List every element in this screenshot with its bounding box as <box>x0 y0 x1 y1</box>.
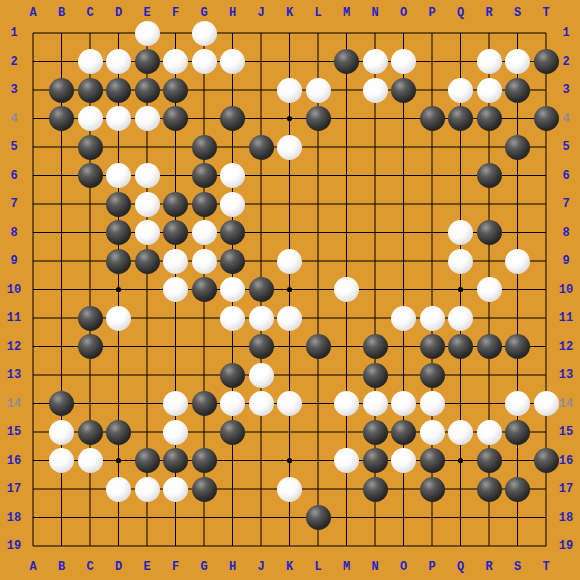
intersection-Q8[interactable] <box>446 218 475 247</box>
intersection-J13[interactable] <box>247 361 276 390</box>
intersection-A7[interactable] <box>19 190 48 219</box>
intersection-S8[interactable] <box>503 218 532 247</box>
intersection-Q15[interactable] <box>446 418 475 447</box>
intersection-E9[interactable] <box>133 247 162 276</box>
intersection-T12[interactable] <box>532 332 561 361</box>
intersection-G13[interactable] <box>190 361 219 390</box>
intersection-J1[interactable] <box>247 19 276 48</box>
intersection-Q16[interactable] <box>446 446 475 475</box>
intersection-M4[interactable] <box>332 104 361 133</box>
intersection-J18[interactable] <box>247 503 276 532</box>
intersection-M3[interactable] <box>332 76 361 105</box>
intersection-E1[interactable] <box>133 19 162 48</box>
intersection-M14[interactable] <box>332 389 361 418</box>
intersection-N4[interactable] <box>361 104 390 133</box>
intersection-K19[interactable] <box>275 532 304 561</box>
intersection-C4[interactable] <box>76 104 105 133</box>
intersection-R8[interactable] <box>475 218 504 247</box>
intersection-D4[interactable] <box>104 104 133 133</box>
intersection-F17[interactable] <box>161 475 190 504</box>
intersection-G16[interactable] <box>190 446 219 475</box>
intersection-M2[interactable] <box>332 47 361 76</box>
intersection-G8[interactable] <box>190 218 219 247</box>
intersection-A6[interactable] <box>19 161 48 190</box>
intersection-D15[interactable] <box>104 418 133 447</box>
intersection-M19[interactable] <box>332 532 361 561</box>
intersection-F19[interactable] <box>161 532 190 561</box>
intersection-K5[interactable] <box>275 133 304 162</box>
intersection-J8[interactable] <box>247 218 276 247</box>
intersection-O7[interactable] <box>389 190 418 219</box>
intersection-A2[interactable] <box>19 47 48 76</box>
intersection-R14[interactable] <box>475 389 504 418</box>
intersection-E15[interactable] <box>133 418 162 447</box>
intersection-N9[interactable] <box>361 247 390 276</box>
intersection-Q9[interactable] <box>446 247 475 276</box>
intersection-B11[interactable] <box>47 304 76 333</box>
intersection-R1[interactable] <box>475 19 504 48</box>
intersection-T17[interactable] <box>532 475 561 504</box>
intersection-B13[interactable] <box>47 361 76 390</box>
intersection-C13[interactable] <box>76 361 105 390</box>
intersection-R18[interactable] <box>475 503 504 532</box>
intersection-D16[interactable] <box>104 446 133 475</box>
intersection-E18[interactable] <box>133 503 162 532</box>
intersection-K12[interactable] <box>275 332 304 361</box>
intersection-J14[interactable] <box>247 389 276 418</box>
intersection-G2[interactable] <box>190 47 219 76</box>
intersection-A13[interactable] <box>19 361 48 390</box>
intersection-Q10[interactable] <box>446 275 475 304</box>
intersection-D18[interactable] <box>104 503 133 532</box>
intersection-H18[interactable] <box>218 503 247 532</box>
intersection-O15[interactable] <box>389 418 418 447</box>
intersection-T18[interactable] <box>532 503 561 532</box>
intersection-T14[interactable] <box>532 389 561 418</box>
intersection-O14[interactable] <box>389 389 418 418</box>
intersection-F14[interactable] <box>161 389 190 418</box>
intersection-L19[interactable] <box>304 532 333 561</box>
intersection-O16[interactable] <box>389 446 418 475</box>
intersection-A14[interactable] <box>19 389 48 418</box>
intersection-K10[interactable] <box>275 275 304 304</box>
intersection-O3[interactable] <box>389 76 418 105</box>
intersection-R5[interactable] <box>475 133 504 162</box>
intersection-F6[interactable] <box>161 161 190 190</box>
intersection-B5[interactable] <box>47 133 76 162</box>
intersection-O10[interactable] <box>389 275 418 304</box>
intersection-L11[interactable] <box>304 304 333 333</box>
intersection-C15[interactable] <box>76 418 105 447</box>
intersection-A1[interactable] <box>19 19 48 48</box>
intersection-E4[interactable] <box>133 104 162 133</box>
intersection-J6[interactable] <box>247 161 276 190</box>
intersection-F16[interactable] <box>161 446 190 475</box>
intersection-L5[interactable] <box>304 133 333 162</box>
intersection-P1[interactable] <box>418 19 447 48</box>
intersection-A16[interactable] <box>19 446 48 475</box>
intersection-P13[interactable] <box>418 361 447 390</box>
intersection-C1[interactable] <box>76 19 105 48</box>
intersection-J10[interactable] <box>247 275 276 304</box>
intersection-E2[interactable] <box>133 47 162 76</box>
intersection-Q3[interactable] <box>446 76 475 105</box>
intersection-J16[interactable] <box>247 446 276 475</box>
intersection-F13[interactable] <box>161 361 190 390</box>
intersection-Q4[interactable] <box>446 104 475 133</box>
intersection-H8[interactable] <box>218 218 247 247</box>
intersection-S2[interactable] <box>503 47 532 76</box>
intersection-P7[interactable] <box>418 190 447 219</box>
intersection-S9[interactable] <box>503 247 532 276</box>
intersection-N18[interactable] <box>361 503 390 532</box>
intersection-E16[interactable] <box>133 446 162 475</box>
intersection-T19[interactable] <box>532 532 561 561</box>
intersection-A3[interactable] <box>19 76 48 105</box>
intersection-F15[interactable] <box>161 418 190 447</box>
intersection-D3[interactable] <box>104 76 133 105</box>
intersection-M5[interactable] <box>332 133 361 162</box>
intersection-K18[interactable] <box>275 503 304 532</box>
intersection-Q2[interactable] <box>446 47 475 76</box>
intersection-T8[interactable] <box>532 218 561 247</box>
intersection-N6[interactable] <box>361 161 390 190</box>
intersection-R10[interactable] <box>475 275 504 304</box>
intersection-J11[interactable] <box>247 304 276 333</box>
intersection-Q11[interactable] <box>446 304 475 333</box>
intersection-M18[interactable] <box>332 503 361 532</box>
intersection-G6[interactable] <box>190 161 219 190</box>
intersection-B8[interactable] <box>47 218 76 247</box>
intersection-E14[interactable] <box>133 389 162 418</box>
intersection-G14[interactable] <box>190 389 219 418</box>
intersection-L7[interactable] <box>304 190 333 219</box>
intersection-P11[interactable] <box>418 304 447 333</box>
intersection-L8[interactable] <box>304 218 333 247</box>
intersection-L17[interactable] <box>304 475 333 504</box>
intersection-D19[interactable] <box>104 532 133 561</box>
intersection-C7[interactable] <box>76 190 105 219</box>
intersection-S6[interactable] <box>503 161 532 190</box>
intersection-F8[interactable] <box>161 218 190 247</box>
intersection-M17[interactable] <box>332 475 361 504</box>
intersection-N15[interactable] <box>361 418 390 447</box>
intersection-N17[interactable] <box>361 475 390 504</box>
intersection-P10[interactable] <box>418 275 447 304</box>
intersection-E6[interactable] <box>133 161 162 190</box>
intersection-S11[interactable] <box>503 304 532 333</box>
intersection-E12[interactable] <box>133 332 162 361</box>
intersection-O12[interactable] <box>389 332 418 361</box>
intersection-S13[interactable] <box>503 361 532 390</box>
intersection-L13[interactable] <box>304 361 333 390</box>
intersection-H17[interactable] <box>218 475 247 504</box>
intersection-B18[interactable] <box>47 503 76 532</box>
intersection-B10[interactable] <box>47 275 76 304</box>
intersection-E8[interactable] <box>133 218 162 247</box>
intersection-J7[interactable] <box>247 190 276 219</box>
intersection-D9[interactable] <box>104 247 133 276</box>
intersection-E11[interactable] <box>133 304 162 333</box>
intersection-N12[interactable] <box>361 332 390 361</box>
intersection-O1[interactable] <box>389 19 418 48</box>
intersection-R13[interactable] <box>475 361 504 390</box>
intersection-L16[interactable] <box>304 446 333 475</box>
intersection-M8[interactable] <box>332 218 361 247</box>
intersection-D1[interactable] <box>104 19 133 48</box>
intersection-C3[interactable] <box>76 76 105 105</box>
intersection-P19[interactable] <box>418 532 447 561</box>
intersection-H1[interactable] <box>218 19 247 48</box>
intersection-P16[interactable] <box>418 446 447 475</box>
intersection-K11[interactable] <box>275 304 304 333</box>
intersection-G7[interactable] <box>190 190 219 219</box>
intersection-B6[interactable] <box>47 161 76 190</box>
intersection-F4[interactable] <box>161 104 190 133</box>
intersection-Q7[interactable] <box>446 190 475 219</box>
intersection-M10[interactable] <box>332 275 361 304</box>
intersection-K8[interactable] <box>275 218 304 247</box>
intersection-J2[interactable] <box>247 47 276 76</box>
intersection-A18[interactable] <box>19 503 48 532</box>
intersection-D7[interactable] <box>104 190 133 219</box>
intersection-D8[interactable] <box>104 218 133 247</box>
intersection-T15[interactable] <box>532 418 561 447</box>
intersection-O4[interactable] <box>389 104 418 133</box>
intersection-H5[interactable] <box>218 133 247 162</box>
intersection-L18[interactable] <box>304 503 333 532</box>
intersection-N2[interactable] <box>361 47 390 76</box>
intersection-O13[interactable] <box>389 361 418 390</box>
intersection-K1[interactable] <box>275 19 304 48</box>
intersection-G19[interactable] <box>190 532 219 561</box>
intersection-T1[interactable] <box>532 19 561 48</box>
intersection-S3[interactable] <box>503 76 532 105</box>
intersection-K6[interactable] <box>275 161 304 190</box>
intersection-J9[interactable] <box>247 247 276 276</box>
intersection-S14[interactable] <box>503 389 532 418</box>
intersection-Q12[interactable] <box>446 332 475 361</box>
intersection-T7[interactable] <box>532 190 561 219</box>
intersection-K4[interactable] <box>275 104 304 133</box>
intersection-P18[interactable] <box>418 503 447 532</box>
intersection-N7[interactable] <box>361 190 390 219</box>
intersection-T16[interactable] <box>532 446 561 475</box>
intersection-F2[interactable] <box>161 47 190 76</box>
intersection-J19[interactable] <box>247 532 276 561</box>
intersection-A19[interactable] <box>19 532 48 561</box>
intersection-N14[interactable] <box>361 389 390 418</box>
intersection-J12[interactable] <box>247 332 276 361</box>
intersection-S16[interactable] <box>503 446 532 475</box>
intersection-L9[interactable] <box>304 247 333 276</box>
intersection-R19[interactable] <box>475 532 504 561</box>
intersection-R2[interactable] <box>475 47 504 76</box>
intersection-Q13[interactable] <box>446 361 475 390</box>
intersection-C12[interactable] <box>76 332 105 361</box>
intersection-R3[interactable] <box>475 76 504 105</box>
intersection-H7[interactable] <box>218 190 247 219</box>
intersection-Q5[interactable] <box>446 133 475 162</box>
intersection-B14[interactable] <box>47 389 76 418</box>
intersection-T2[interactable] <box>532 47 561 76</box>
intersection-M13[interactable] <box>332 361 361 390</box>
intersection-O2[interactable] <box>389 47 418 76</box>
intersection-H11[interactable] <box>218 304 247 333</box>
intersection-A15[interactable] <box>19 418 48 447</box>
intersection-F10[interactable] <box>161 275 190 304</box>
intersection-P12[interactable] <box>418 332 447 361</box>
intersection-B2[interactable] <box>47 47 76 76</box>
intersection-E19[interactable] <box>133 532 162 561</box>
intersection-E5[interactable] <box>133 133 162 162</box>
intersection-R7[interactable] <box>475 190 504 219</box>
intersection-D5[interactable] <box>104 133 133 162</box>
intersection-E17[interactable] <box>133 475 162 504</box>
intersection-H9[interactable] <box>218 247 247 276</box>
intersection-T13[interactable] <box>532 361 561 390</box>
intersection-O17[interactable] <box>389 475 418 504</box>
intersection-G4[interactable] <box>190 104 219 133</box>
intersection-P14[interactable] <box>418 389 447 418</box>
intersection-J5[interactable] <box>247 133 276 162</box>
intersection-P8[interactable] <box>418 218 447 247</box>
intersection-J15[interactable] <box>247 418 276 447</box>
intersection-G5[interactable] <box>190 133 219 162</box>
intersection-G9[interactable] <box>190 247 219 276</box>
intersection-N5[interactable] <box>361 133 390 162</box>
intersection-C16[interactable] <box>76 446 105 475</box>
intersection-H19[interactable] <box>218 532 247 561</box>
intersection-F7[interactable] <box>161 190 190 219</box>
intersection-K3[interactable] <box>275 76 304 105</box>
intersection-B7[interactable] <box>47 190 76 219</box>
intersection-K2[interactable] <box>275 47 304 76</box>
intersection-G15[interactable] <box>190 418 219 447</box>
intersection-C14[interactable] <box>76 389 105 418</box>
intersection-P6[interactable] <box>418 161 447 190</box>
intersection-M12[interactable] <box>332 332 361 361</box>
intersection-S17[interactable] <box>503 475 532 504</box>
intersection-C5[interactable] <box>76 133 105 162</box>
intersection-J3[interactable] <box>247 76 276 105</box>
intersection-N10[interactable] <box>361 275 390 304</box>
intersection-L14[interactable] <box>304 389 333 418</box>
intersection-A12[interactable] <box>19 332 48 361</box>
intersection-B15[interactable] <box>47 418 76 447</box>
intersection-R17[interactable] <box>475 475 504 504</box>
intersection-H16[interactable] <box>218 446 247 475</box>
intersection-C17[interactable] <box>76 475 105 504</box>
intersection-K15[interactable] <box>275 418 304 447</box>
intersection-P4[interactable] <box>418 104 447 133</box>
intersection-G1[interactable] <box>190 19 219 48</box>
intersection-D6[interactable] <box>104 161 133 190</box>
intersection-H4[interactable] <box>218 104 247 133</box>
intersection-C9[interactable] <box>76 247 105 276</box>
intersection-M6[interactable] <box>332 161 361 190</box>
intersection-R6[interactable] <box>475 161 504 190</box>
intersection-S15[interactable] <box>503 418 532 447</box>
intersection-B12[interactable] <box>47 332 76 361</box>
intersection-O19[interactable] <box>389 532 418 561</box>
intersection-M7[interactable] <box>332 190 361 219</box>
intersection-E13[interactable] <box>133 361 162 390</box>
intersection-G12[interactable] <box>190 332 219 361</box>
intersection-H6[interactable] <box>218 161 247 190</box>
intersection-E3[interactable] <box>133 76 162 105</box>
intersection-J17[interactable] <box>247 475 276 504</box>
intersection-L12[interactable] <box>304 332 333 361</box>
intersection-A11[interactable] <box>19 304 48 333</box>
intersection-H3[interactable] <box>218 76 247 105</box>
intersection-G10[interactable] <box>190 275 219 304</box>
intersection-P9[interactable] <box>418 247 447 276</box>
intersection-P5[interactable] <box>418 133 447 162</box>
intersection-R15[interactable] <box>475 418 504 447</box>
intersection-L15[interactable] <box>304 418 333 447</box>
intersection-G18[interactable] <box>190 503 219 532</box>
intersection-H14[interactable] <box>218 389 247 418</box>
intersection-B9[interactable] <box>47 247 76 276</box>
intersection-D10[interactable] <box>104 275 133 304</box>
intersection-K17[interactable] <box>275 475 304 504</box>
intersection-K13[interactable] <box>275 361 304 390</box>
intersection-P15[interactable] <box>418 418 447 447</box>
intersection-K16[interactable] <box>275 446 304 475</box>
intersection-O18[interactable] <box>389 503 418 532</box>
intersection-C19[interactable] <box>76 532 105 561</box>
intersection-G17[interactable] <box>190 475 219 504</box>
intersection-Q19[interactable] <box>446 532 475 561</box>
intersection-R16[interactable] <box>475 446 504 475</box>
intersection-L1[interactable] <box>304 19 333 48</box>
intersection-B16[interactable] <box>47 446 76 475</box>
intersection-H10[interactable] <box>218 275 247 304</box>
intersection-L10[interactable] <box>304 275 333 304</box>
intersection-E10[interactable] <box>133 275 162 304</box>
intersection-M9[interactable] <box>332 247 361 276</box>
intersection-C6[interactable] <box>76 161 105 190</box>
intersection-F11[interactable] <box>161 304 190 333</box>
intersection-B3[interactable] <box>47 76 76 105</box>
intersection-Q18[interactable] <box>446 503 475 532</box>
intersection-A9[interactable] <box>19 247 48 276</box>
intersection-S10[interactable] <box>503 275 532 304</box>
intersection-P2[interactable] <box>418 47 447 76</box>
intersection-D11[interactable] <box>104 304 133 333</box>
intersection-H15[interactable] <box>218 418 247 447</box>
intersection-T3[interactable] <box>532 76 561 105</box>
intersection-M16[interactable] <box>332 446 361 475</box>
intersection-R9[interactable] <box>475 247 504 276</box>
intersection-A5[interactable] <box>19 133 48 162</box>
intersection-B19[interactable] <box>47 532 76 561</box>
intersection-O5[interactable] <box>389 133 418 162</box>
intersection-F1[interactable] <box>161 19 190 48</box>
intersection-A8[interactable] <box>19 218 48 247</box>
intersection-D2[interactable] <box>104 47 133 76</box>
intersection-F12[interactable] <box>161 332 190 361</box>
intersection-Q6[interactable] <box>446 161 475 190</box>
intersection-S18[interactable] <box>503 503 532 532</box>
intersection-C10[interactable] <box>76 275 105 304</box>
intersection-T5[interactable] <box>532 133 561 162</box>
intersection-J4[interactable] <box>247 104 276 133</box>
intersection-O9[interactable] <box>389 247 418 276</box>
intersection-M15[interactable] <box>332 418 361 447</box>
intersection-N16[interactable] <box>361 446 390 475</box>
